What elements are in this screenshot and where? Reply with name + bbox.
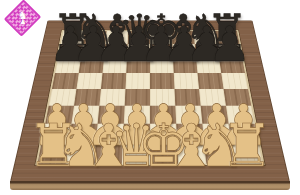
board-side-edge bbox=[10, 181, 290, 190]
shop-logo: ♞ ♟ bbox=[4, 0, 41, 37]
square-c5[interactable] bbox=[101, 73, 126, 89]
square-a5[interactable] bbox=[52, 73, 79, 89]
logo-pawn-icon: ♟ bbox=[19, 20, 25, 26]
piece-black-pawn-h7[interactable]: ♟ bbox=[208, 20, 251, 69]
square-e5[interactable] bbox=[150, 73, 175, 89]
square-d5[interactable] bbox=[125, 73, 150, 89]
square-g5[interactable] bbox=[197, 73, 223, 89]
product-photo-scene: ♞ ♟ ♜♞♝♛♚♝♞♜♟♟♟♟♟♟♟♟♟♟♟♟♟♟♟♟♜♞♝♛♚♝♞♜ bbox=[0, 0, 300, 195]
piece-white-rook-h1[interactable]: ♜ bbox=[220, 116, 273, 175]
shop-logo-pieces: ♞ ♟ bbox=[18, 10, 28, 26]
square-f5[interactable] bbox=[174, 73, 199, 89]
square-b5[interactable] bbox=[76, 73, 102, 89]
square-h5[interactable] bbox=[221, 73, 248, 89]
